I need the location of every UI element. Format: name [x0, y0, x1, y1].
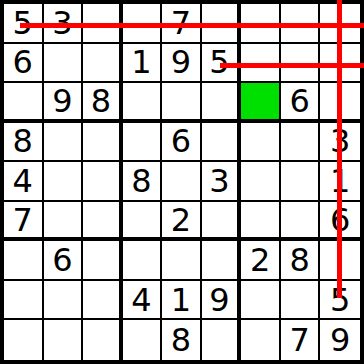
cell-r5c6[interactable]: 3	[202, 162, 242, 202]
cell-r8c3[interactable]	[83, 281, 123, 321]
cell-r5c8[interactable]	[281, 162, 321, 202]
cell-r9c5[interactable]: 8	[162, 320, 202, 360]
cell-r8c1[interactable]	[4, 281, 44, 321]
cell-r6c5[interactable]: 2	[162, 202, 202, 242]
sudoku-board: 537619598686348317266284195879	[0, 0, 364, 364]
cell-r6c4[interactable]	[123, 202, 163, 242]
cell-r8c8[interactable]	[281, 281, 321, 321]
cell-r4c6[interactable]	[202, 123, 242, 163]
cell-r7c1[interactable]	[4, 241, 44, 281]
cell-r2c1[interactable]: 6	[4, 44, 44, 84]
given-digit: 9	[171, 46, 191, 78]
cell-r4c2[interactable]	[44, 123, 84, 163]
scan-line-row2	[220, 63, 364, 68]
cell-r8c6[interactable]: 9	[202, 281, 242, 321]
given-digit: 4	[131, 284, 151, 316]
cell-r9c1[interactable]	[4, 320, 44, 360]
cell-r9c4[interactable]	[123, 320, 163, 360]
given-digit: 8	[91, 85, 111, 117]
cell-r9c2[interactable]	[44, 320, 84, 360]
cell-r6c6[interactable]	[202, 202, 242, 242]
given-digit: 9	[52, 85, 72, 117]
sudoku-diagram: 537619598686348317266284195879	[0, 0, 364, 364]
cell-r2c3[interactable]	[83, 44, 123, 84]
cell-r5c4[interactable]: 8	[123, 162, 163, 202]
cell-r7c2[interactable]: 6	[44, 241, 84, 281]
cell-r8c5[interactable]: 1	[162, 281, 202, 321]
given-digit: 3	[209, 165, 229, 197]
given-digit: 6	[13, 46, 33, 78]
given-digit: 9	[209, 284, 229, 316]
cell-r8c4[interactable]: 4	[123, 281, 163, 321]
cell-r5c7[interactable]	[241, 162, 281, 202]
given-digit: 8	[13, 125, 33, 157]
cell-r6c3[interactable]	[83, 202, 123, 242]
cell-r7c4[interactable]	[123, 241, 163, 281]
cell-r8c2[interactable]	[44, 281, 84, 321]
cell-r2c4[interactable]: 1	[123, 44, 163, 84]
cell-r3c4[interactable]	[123, 83, 163, 123]
cell-r5c2[interactable]	[44, 162, 84, 202]
cell-r9c3[interactable]	[83, 320, 123, 360]
given-digit: 8	[131, 165, 151, 197]
cell-r2c5[interactable]: 9	[162, 44, 202, 84]
cell-r9c6[interactable]	[202, 320, 242, 360]
cell-r3c7[interactable]	[241, 83, 281, 123]
cell-r6c8[interactable]	[281, 202, 321, 242]
given-digit: 6	[171, 125, 191, 157]
given-digit: 8	[171, 324, 191, 356]
cell-r6c1[interactable]: 7	[4, 202, 44, 242]
cell-r7c5[interactable]	[162, 241, 202, 281]
cell-r7c7[interactable]: 2	[241, 241, 281, 281]
given-digit: 2	[250, 244, 270, 276]
cell-r4c1[interactable]: 8	[4, 123, 44, 163]
scan-line-col9	[337, 0, 342, 298]
cell-r8c7[interactable]	[241, 281, 281, 321]
cell-r5c1[interactable]: 4	[4, 162, 44, 202]
cell-r4c7[interactable]	[241, 123, 281, 163]
cell-r3c8[interactable]: 6	[281, 83, 321, 123]
cell-r3c2[interactable]: 9	[44, 83, 84, 123]
given-digit: 6	[289, 85, 309, 117]
cell-r4c3[interactable]	[83, 123, 123, 163]
given-digit: 7	[289, 324, 309, 356]
cell-r6c7[interactable]	[241, 202, 281, 242]
cell-r5c5[interactable]	[162, 162, 202, 202]
cell-r9c7[interactable]	[241, 320, 281, 360]
cell-r7c8[interactable]: 8	[281, 241, 321, 281]
cell-r7c6[interactable]	[202, 241, 242, 281]
cell-r4c5[interactable]: 6	[162, 123, 202, 163]
given-digit: 9	[330, 324, 350, 356]
given-digit: 6	[52, 244, 72, 276]
cell-r9c8[interactable]: 7	[281, 320, 321, 360]
cell-r3c5[interactable]	[162, 83, 202, 123]
cell-r4c4[interactable]	[123, 123, 163, 163]
given-digit: 7	[13, 204, 33, 236]
cell-r4c8[interactable]	[281, 123, 321, 163]
scan-line-row1	[20, 23, 364, 28]
given-digit: 1	[131, 46, 151, 78]
cell-r3c6[interactable]	[202, 83, 242, 123]
given-digit: 8	[289, 244, 309, 276]
cell-r5c3[interactable]	[83, 162, 123, 202]
cell-r9c9[interactable]: 9	[320, 320, 360, 360]
cell-r3c1[interactable]	[4, 83, 44, 123]
cell-r7c3[interactable]	[83, 241, 123, 281]
cell-r2c2[interactable]	[44, 44, 84, 84]
given-digit: 1	[171, 284, 191, 316]
cell-r6c2[interactable]	[44, 202, 84, 242]
cell-r3c3[interactable]: 8	[83, 83, 123, 123]
given-digit: 4	[13, 165, 33, 197]
given-digit: 2	[171, 204, 191, 236]
